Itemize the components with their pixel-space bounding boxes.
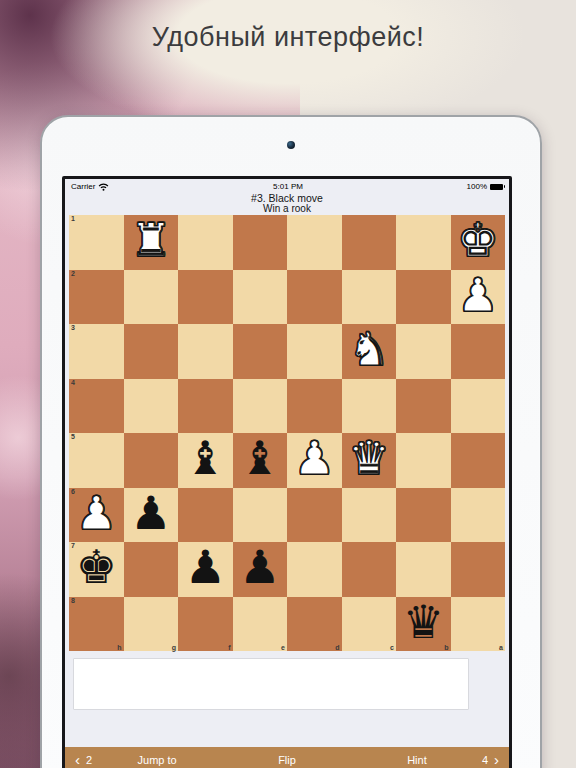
- square-g7[interactable]: [124, 542, 179, 597]
- square-h7[interactable]: 7♚: [69, 542, 124, 597]
- square-f5[interactable]: ♝: [178, 433, 233, 488]
- square-f3[interactable]: [178, 324, 233, 379]
- square-a8[interactable]: a: [451, 597, 506, 652]
- square-g2[interactable]: [124, 270, 179, 325]
- square-d1[interactable]: [287, 215, 342, 270]
- jump-to-button[interactable]: Jump to: [92, 754, 222, 766]
- chess-board[interactable]: 1♜♚2♟3♞45♝♝♟♛6♟♟7♚♟♟8hgfedcb♛a: [69, 215, 505, 651]
- bottom-toolbar: ‹ 2 Jump to Flip Hint 4 ›: [65, 747, 509, 768]
- square-a2[interactable]: ♟: [451, 270, 506, 325]
- square-c5[interactable]: ♛: [342, 433, 397, 488]
- file-label: e: [281, 644, 285, 651]
- square-e6[interactable]: [233, 488, 288, 543]
- prev-puzzle-button[interactable]: ‹ 2: [75, 753, 92, 768]
- square-c6[interactable]: [342, 488, 397, 543]
- rank-label: 8: [71, 597, 75, 604]
- square-c7[interactable]: [342, 542, 397, 597]
- square-g6[interactable]: ♟: [124, 488, 179, 543]
- square-d3[interactable]: [287, 324, 342, 379]
- square-h4[interactable]: 4: [69, 379, 124, 434]
- black-pawn[interactable]: ♟: [130, 490, 171, 536]
- flip-button[interactable]: Flip: [222, 754, 352, 766]
- square-g3[interactable]: [124, 324, 179, 379]
- square-b2[interactable]: [396, 270, 451, 325]
- wifi-icon: [98, 183, 109, 191]
- battery-icon: [490, 184, 503, 190]
- square-c4[interactable]: [342, 379, 397, 434]
- square-h6[interactable]: 6♟: [69, 488, 124, 543]
- square-b5[interactable]: [396, 433, 451, 488]
- square-h8[interactable]: 8h: [69, 597, 124, 652]
- rank-label: 5: [71, 433, 75, 440]
- white-rook[interactable]: ♜: [130, 217, 171, 263]
- square-g8[interactable]: g: [124, 597, 179, 652]
- square-g5[interactable]: [124, 433, 179, 488]
- square-c3[interactable]: ♞: [342, 324, 397, 379]
- clock-label: 5:01 PM: [273, 182, 303, 191]
- square-h5[interactable]: 5: [69, 433, 124, 488]
- square-b7[interactable]: [396, 542, 451, 597]
- square-d4[interactable]: [287, 379, 342, 434]
- square-b1[interactable]: [396, 215, 451, 270]
- file-label: g: [172, 644, 176, 651]
- square-e5[interactable]: ♝: [233, 433, 288, 488]
- square-a1[interactable]: ♚: [451, 215, 506, 270]
- square-f1[interactable]: [178, 215, 233, 270]
- white-king[interactable]: ♚: [457, 217, 498, 263]
- square-b3[interactable]: [396, 324, 451, 379]
- file-label: b: [444, 644, 448, 651]
- chevron-left-icon: ‹: [75, 752, 80, 767]
- white-pawn[interactable]: ♟: [457, 272, 498, 318]
- file-label: c: [390, 644, 394, 651]
- rank-label: 7: [71, 542, 75, 549]
- front-camera-icon: [287, 141, 295, 149]
- battery-percent-label: 100%: [467, 182, 487, 191]
- white-pawn[interactable]: ♟: [294, 435, 335, 481]
- square-a7[interactable]: [451, 542, 506, 597]
- rank-label: 6: [71, 488, 75, 495]
- next-puzzle-number: 4: [482, 754, 488, 766]
- square-e3[interactable]: [233, 324, 288, 379]
- square-g4[interactable]: [124, 379, 179, 434]
- rank-label: 3: [71, 324, 75, 331]
- rank-label: 2: [71, 270, 75, 277]
- file-label: d: [335, 644, 339, 651]
- square-f7[interactable]: ♟: [178, 542, 233, 597]
- square-f8[interactable]: f: [178, 597, 233, 652]
- app-screen: Carrier 5:01 PM 100% #3. Black move Win …: [62, 176, 512, 768]
- square-a5[interactable]: [451, 433, 506, 488]
- square-e2[interactable]: [233, 270, 288, 325]
- square-h1[interactable]: 1: [69, 215, 124, 270]
- carrier-label: Carrier: [71, 182, 95, 191]
- square-f2[interactable]: [178, 270, 233, 325]
- square-c8[interactable]: c: [342, 597, 397, 652]
- tablet-device-frame: Carrier 5:01 PM 100% #3. Black move Win …: [40, 115, 542, 768]
- square-d5[interactable]: ♟: [287, 433, 342, 488]
- square-e4[interactable]: [233, 379, 288, 434]
- white-pawn[interactable]: ♟: [76, 490, 117, 536]
- file-label: h: [117, 644, 121, 651]
- square-d7[interactable]: [287, 542, 342, 597]
- hint-button[interactable]: Hint: [352, 754, 482, 766]
- next-puzzle-button[interactable]: 4 ›: [482, 753, 499, 768]
- file-label: f: [228, 644, 230, 651]
- chevron-right-icon: ›: [494, 752, 499, 767]
- status-bar: Carrier 5:01 PM 100%: [65, 179, 509, 193]
- square-d6[interactable]: [287, 488, 342, 543]
- square-g1[interactable]: ♜: [124, 215, 179, 270]
- square-c1[interactable]: [342, 215, 397, 270]
- white-knight[interactable]: ♞: [348, 326, 389, 372]
- square-e7[interactable]: ♟: [233, 542, 288, 597]
- square-f4[interactable]: [178, 379, 233, 434]
- black-pawn[interactable]: ♟: [239, 544, 280, 590]
- rank-label: 4: [71, 379, 75, 386]
- square-b4[interactable]: [396, 379, 451, 434]
- square-a3[interactable]: [451, 324, 506, 379]
- square-e8[interactable]: e: [233, 597, 288, 652]
- square-b6[interactable]: [396, 488, 451, 543]
- moves-panel: [73, 658, 469, 710]
- square-d8[interactable]: d: [287, 597, 342, 652]
- square-h3[interactable]: 3: [69, 324, 124, 379]
- square-f6[interactable]: [178, 488, 233, 543]
- square-h2[interactable]: 2: [69, 270, 124, 325]
- black-bishop[interactable]: ♝: [239, 435, 280, 481]
- black-king[interactable]: ♚: [76, 544, 117, 590]
- square-b8[interactable]: b♛: [396, 597, 451, 652]
- square-d2[interactable]: [287, 270, 342, 325]
- black-queen[interactable]: ♛: [403, 599, 444, 645]
- black-bishop[interactable]: ♝: [185, 435, 226, 481]
- square-c2[interactable]: [342, 270, 397, 325]
- square-a4[interactable]: [451, 379, 506, 434]
- white-queen[interactable]: ♛: [348, 435, 389, 481]
- black-pawn[interactable]: ♟: [185, 544, 226, 590]
- square-e1[interactable]: [233, 215, 288, 270]
- file-label: a: [499, 644, 503, 651]
- rank-label: 1: [71, 215, 75, 222]
- puzzle-header: #3. Black move Win a rook: [65, 193, 509, 214]
- square-a6[interactable]: [451, 488, 506, 543]
- page-title: Удобный интерфейс!: [0, 22, 576, 53]
